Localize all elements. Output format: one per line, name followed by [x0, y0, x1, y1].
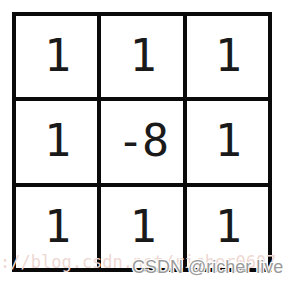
kernel-cell-r0c2: 1 [185, 14, 270, 99]
kernel-grid: 1 1 1 1 -8 1 1 1 1 [12, 12, 272, 272]
kernel-cell-r0c1: 1 [99, 14, 184, 99]
kernel-cell-r1c2: 1 [185, 99, 270, 184]
kernel-cell-r1c1: -8 [99, 99, 184, 184]
kernel-cell-r1c0: 1 [14, 99, 99, 184]
csdn-signature-watermark: CSDN @richer live [132, 257, 283, 278]
kernel-cell-r0c0: 1 [14, 14, 99, 99]
